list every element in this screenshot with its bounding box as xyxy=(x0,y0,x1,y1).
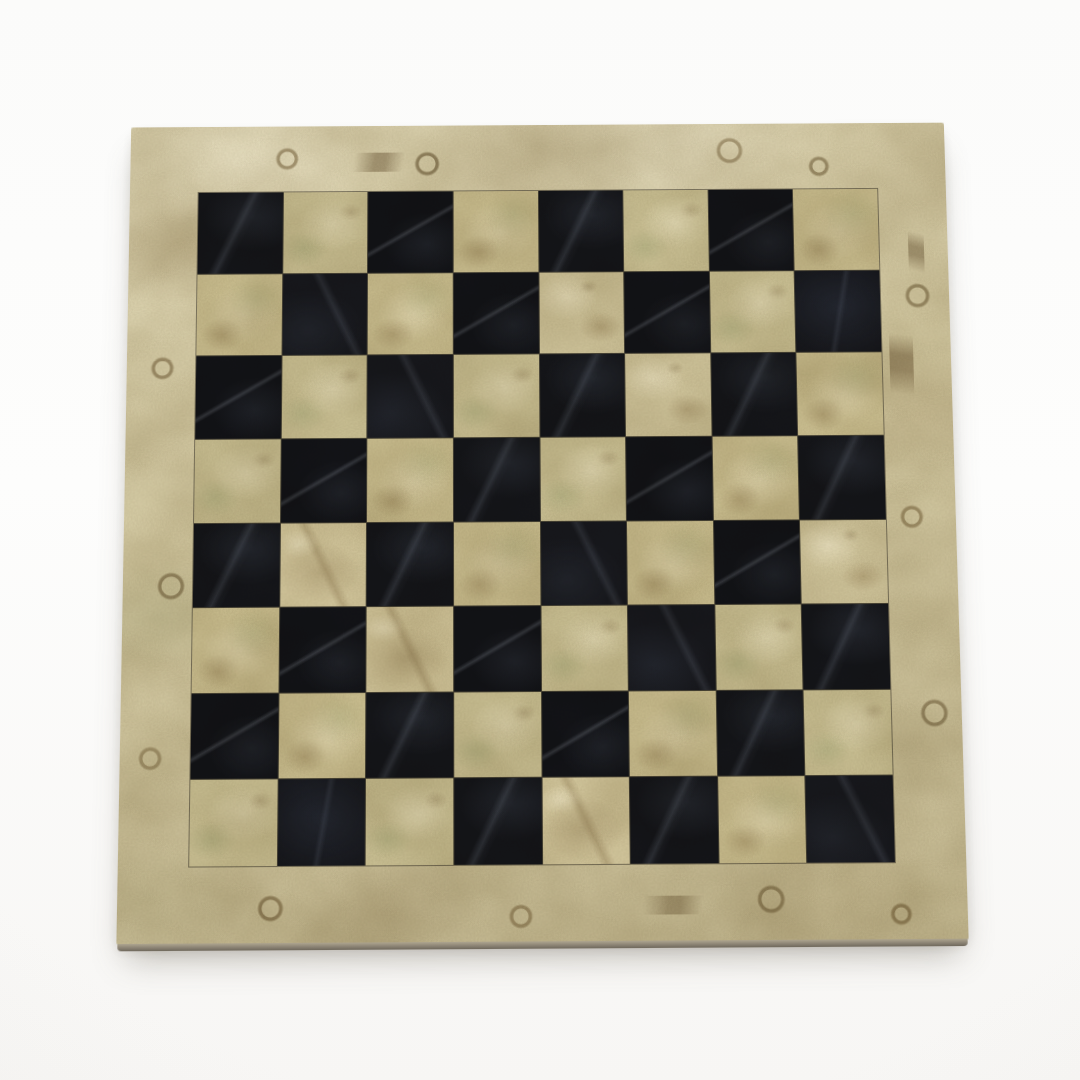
square-r4c4[interactable] xyxy=(454,438,540,521)
square-r1c1[interactable] xyxy=(198,192,283,273)
square-r1c5[interactable] xyxy=(538,190,623,271)
square-r3c3[interactable] xyxy=(368,355,453,438)
square-r6c8[interactable] xyxy=(802,604,890,689)
square-r2c8[interactable] xyxy=(795,270,881,352)
square-r5c5[interactable] xyxy=(540,521,627,605)
square-r6c1[interactable] xyxy=(192,608,279,693)
square-r3c4[interactable] xyxy=(454,355,539,438)
square-r6c7[interactable] xyxy=(715,605,803,690)
square-r6c6[interactable] xyxy=(628,605,715,690)
square-r4c6[interactable] xyxy=(626,437,713,520)
square-r5c8[interactable] xyxy=(800,519,888,603)
square-r2c2[interactable] xyxy=(282,273,367,355)
square-r5c7[interactable] xyxy=(714,520,801,604)
square-r4c1[interactable] xyxy=(194,439,280,522)
square-r2c6[interactable] xyxy=(624,271,710,353)
square-r3c5[interactable] xyxy=(539,354,625,437)
square-r4c2[interactable] xyxy=(281,439,367,522)
square-r8c5[interactable] xyxy=(542,778,630,865)
square-r7c1[interactable] xyxy=(190,693,278,779)
square-r6c4[interactable] xyxy=(454,606,541,691)
square-r2c7[interactable] xyxy=(710,271,796,353)
square-r5c1[interactable] xyxy=(193,523,280,607)
square-r8c6[interactable] xyxy=(630,777,718,864)
square-r4c7[interactable] xyxy=(712,436,799,519)
square-r1c8[interactable] xyxy=(793,189,879,270)
square-r2c5[interactable] xyxy=(539,272,624,354)
square-r7c7[interactable] xyxy=(716,690,804,776)
square-r3c6[interactable] xyxy=(625,354,711,437)
square-r6c3[interactable] xyxy=(367,607,453,692)
square-r7c8[interactable] xyxy=(804,690,893,776)
square-r1c4[interactable] xyxy=(454,191,538,272)
square-r1c3[interactable] xyxy=(368,191,452,272)
chess-board-slab xyxy=(116,123,968,945)
square-r2c3[interactable] xyxy=(368,273,453,355)
square-r5c6[interactable] xyxy=(627,520,714,604)
square-r1c7[interactable] xyxy=(708,189,794,270)
square-r7c5[interactable] xyxy=(542,691,629,777)
square-r3c1[interactable] xyxy=(195,356,281,439)
square-r5c4[interactable] xyxy=(454,522,540,606)
square-r8c1[interactable] xyxy=(189,780,277,867)
chess-grid xyxy=(189,189,895,867)
square-r8c3[interactable] xyxy=(366,779,453,866)
square-r4c3[interactable] xyxy=(367,438,453,521)
square-r7c2[interactable] xyxy=(278,693,365,779)
square-r5c2[interactable] xyxy=(280,523,366,607)
square-r8c7[interactable] xyxy=(718,777,807,864)
square-r3c7[interactable] xyxy=(711,353,798,436)
square-r8c4[interactable] xyxy=(454,778,541,865)
square-r2c1[interactable] xyxy=(196,274,282,356)
square-r5c3[interactable] xyxy=(367,522,453,606)
square-r7c4[interactable] xyxy=(454,692,541,778)
square-r3c2[interactable] xyxy=(281,356,367,439)
square-r8c2[interactable] xyxy=(278,779,366,866)
square-r1c6[interactable] xyxy=(623,190,708,271)
square-r4c8[interactable] xyxy=(799,436,886,519)
square-r7c3[interactable] xyxy=(366,692,453,778)
square-r7c6[interactable] xyxy=(629,691,717,777)
square-r4c5[interactable] xyxy=(540,437,626,520)
square-r2c4[interactable] xyxy=(454,272,539,354)
square-r3c8[interactable] xyxy=(797,353,884,436)
square-r8c8[interactable] xyxy=(806,776,895,863)
square-r6c2[interactable] xyxy=(279,607,366,692)
square-r6c5[interactable] xyxy=(541,606,628,691)
square-r1c2[interactable] xyxy=(283,192,368,273)
